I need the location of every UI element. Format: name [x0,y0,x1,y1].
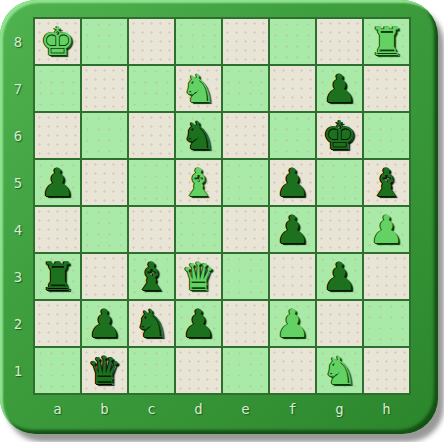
file-label-c: c [129,398,174,420]
piece-black-pawn[interactable]: ♟ [87,301,122,346]
file-label-f: f [270,398,315,420]
piece-black-king[interactable]: ♚ [322,113,357,158]
square-g6[interactable]: ♚ [317,113,362,158]
square-a6[interactable] [35,113,80,158]
square-e6[interactable] [223,113,268,158]
square-a8[interactable]: ♚ [35,19,80,64]
file-label-d: d [176,398,221,420]
square-d4[interactable] [176,207,221,252]
square-f8[interactable] [270,19,315,64]
rank-label-7: 7 [7,66,29,111]
square-c2[interactable]: ♞ [129,301,174,346]
square-a5[interactable]: ♟ [35,160,80,205]
square-f7[interactable] [270,66,315,111]
square-c1[interactable] [129,348,174,393]
square-d2[interactable]: ♟ [176,301,221,346]
file-label-a: a [35,398,80,420]
square-g5[interactable] [317,160,362,205]
square-g3[interactable]: ♟ [317,254,362,299]
file-label-b: b [82,398,127,420]
square-b8[interactable] [82,19,127,64]
square-h2[interactable] [364,301,409,346]
piece-white-knight[interactable]: ♞ [181,66,216,111]
square-f2[interactable]: ♟ [270,301,315,346]
square-e7[interactable] [223,66,268,111]
square-e3[interactable] [223,254,268,299]
rank-label-8: 8 [7,19,29,64]
rank-label-2: 2 [7,301,29,346]
square-h4[interactable]: ♟ [364,207,409,252]
square-d6[interactable]: ♞ [176,113,221,158]
square-h5[interactable]: ♝ [364,160,409,205]
square-f3[interactable] [270,254,315,299]
square-b1[interactable]: ♛ [82,348,127,393]
piece-black-pawn[interactable]: ♟ [181,301,216,346]
square-f5[interactable]: ♟ [270,160,315,205]
square-f4[interactable]: ♟ [270,207,315,252]
piece-black-pawn[interactable]: ♟ [40,160,75,205]
piece-white-king[interactable]: ♚ [40,19,75,64]
square-c4[interactable] [129,207,174,252]
piece-white-bishop[interactable]: ♝ [181,160,216,205]
square-h8[interactable]: ♜ [364,19,409,64]
file-label-g: g [317,398,362,420]
chess-board[interactable]: ♚♜♞♟♞♚♟♝♟♝♟♟♜♝♛♟♟♞♟♟♛♞ [33,17,411,395]
square-c5[interactable] [129,160,174,205]
square-e1[interactable] [223,348,268,393]
piece-black-pawn[interactable]: ♟ [275,207,310,252]
square-d8[interactable] [176,19,221,64]
square-g1[interactable]: ♞ [317,348,362,393]
piece-black-rook[interactable]: ♜ [40,254,75,299]
square-b7[interactable] [82,66,127,111]
square-e4[interactable] [223,207,268,252]
file-label-e: e [223,398,268,420]
square-b3[interactable] [82,254,127,299]
square-h7[interactable] [364,66,409,111]
rank-labels: 87654321 [7,17,29,395]
file-labels: abcdefgh [33,398,411,420]
piece-black-knight[interactable]: ♞ [134,301,169,346]
square-d7[interactable]: ♞ [176,66,221,111]
square-a1[interactable] [35,348,80,393]
square-a2[interactable] [35,301,80,346]
rank-label-5: 5 [7,160,29,205]
square-g4[interactable] [317,207,362,252]
square-c6[interactable] [129,113,174,158]
piece-black-bishop[interactable]: ♝ [369,160,404,205]
square-c7[interactable] [129,66,174,111]
piece-black-queen[interactable]: ♛ [87,348,122,393]
rank-label-3: 3 [7,254,29,299]
piece-black-bishop[interactable]: ♝ [134,254,169,299]
rank-label-1: 1 [7,348,29,393]
square-c3[interactable]: ♝ [129,254,174,299]
square-d3[interactable]: ♛ [176,254,221,299]
square-f1[interactable] [270,348,315,393]
square-g8[interactable] [317,19,362,64]
square-a3[interactable]: ♜ [35,254,80,299]
piece-black-pawn[interactable]: ♟ [275,160,310,205]
square-f6[interactable] [270,113,315,158]
piece-white-queen[interactable]: ♛ [181,254,216,299]
square-g7[interactable]: ♟ [317,66,362,111]
piece-white-rook[interactable]: ♜ [369,19,404,64]
square-b2[interactable]: ♟ [82,301,127,346]
file-label-h: h [364,398,409,420]
piece-black-pawn[interactable]: ♟ [322,254,357,299]
square-b5[interactable] [82,160,127,205]
square-c8[interactable] [129,19,174,64]
square-e2[interactable] [223,301,268,346]
square-g2[interactable] [317,301,362,346]
square-e8[interactable] [223,19,268,64]
square-h6[interactable] [364,113,409,158]
square-h1[interactable] [364,348,409,393]
piece-white-pawn[interactable]: ♟ [275,301,310,346]
square-d1[interactable] [176,348,221,393]
square-h3[interactable] [364,254,409,299]
square-b4[interactable] [82,207,127,252]
piece-black-knight[interactable]: ♞ [181,113,216,158]
rank-label-6: 6 [7,113,29,158]
piece-black-pawn[interactable]: ♟ [322,66,357,111]
square-d5[interactable]: ♝ [176,160,221,205]
square-e5[interactable] [223,160,268,205]
rank-label-4: 4 [7,207,29,252]
square-a4[interactable] [35,207,80,252]
square-a7[interactable] [35,66,80,111]
piece-white-knight[interactable]: ♞ [322,348,357,393]
square-b6[interactable] [82,113,127,158]
piece-white-pawn[interactable]: ♟ [369,207,404,252]
